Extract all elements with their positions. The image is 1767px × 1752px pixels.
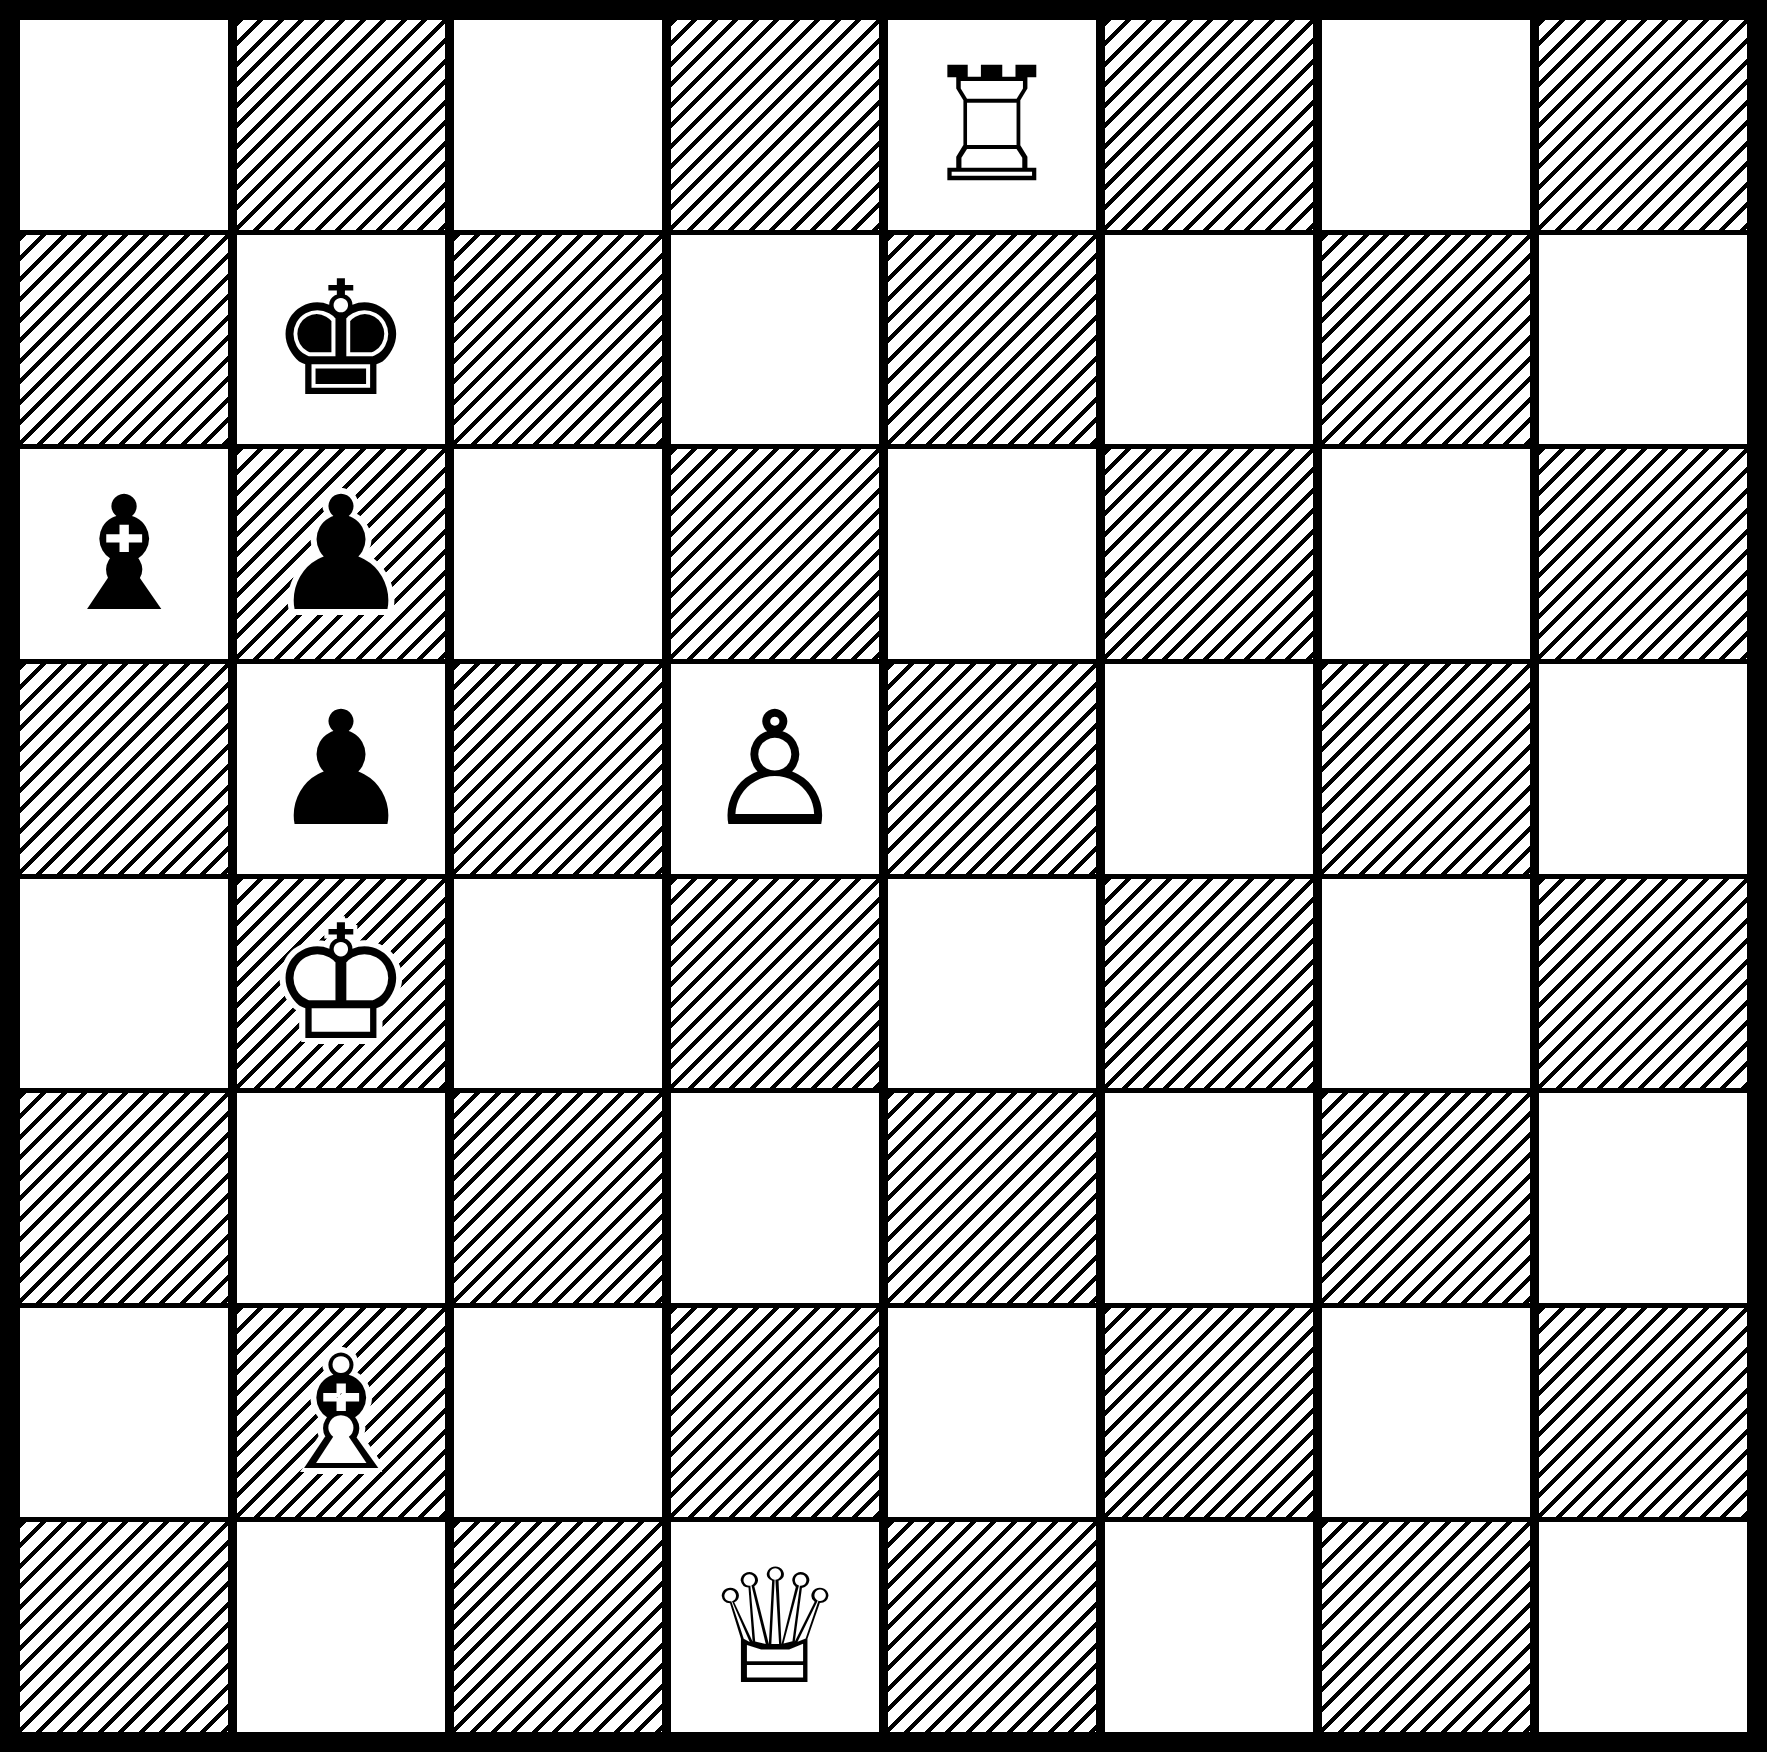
- white-queen-halo: ♛: [704, 1548, 846, 1706]
- square-e2[interactable]: [888, 1308, 1096, 1518]
- black-pawn-glyph: ♟: [270, 677, 412, 861]
- square-h1[interactable]: [1539, 1522, 1747, 1732]
- square-a4[interactable]: [20, 879, 228, 1089]
- square-d8[interactable]: [671, 20, 879, 230]
- square-g2[interactable]: [1322, 1308, 1530, 1518]
- white-rook-halo: ♜: [921, 46, 1063, 204]
- square-h3[interactable]: [1539, 1093, 1747, 1303]
- square-d1[interactable]: ♛♕: [671, 1522, 879, 1732]
- square-c2[interactable]: [454, 1308, 662, 1518]
- square-f7[interactable]: [1105, 235, 1313, 445]
- square-g7[interactable]: [1322, 235, 1530, 445]
- square-f8[interactable]: [1105, 20, 1313, 230]
- square-c7[interactable]: [454, 235, 662, 445]
- square-b4[interactable]: ♚♔: [237, 879, 445, 1089]
- square-g5[interactable]: [1322, 664, 1530, 874]
- square-f4[interactable]: [1105, 879, 1313, 1089]
- piece-black-bishop: ♝♝: [53, 475, 195, 633]
- white-king-glyph: ♔: [270, 891, 412, 1075]
- square-d6[interactable]: [671, 449, 879, 659]
- piece-white-rook: ♜♖: [921, 46, 1063, 204]
- square-f3[interactable]: [1105, 1093, 1313, 1303]
- square-a6[interactable]: ♝♝: [20, 449, 228, 659]
- white-bishop-halo: ♝: [270, 1334, 412, 1492]
- square-c5[interactable]: [454, 664, 662, 874]
- square-h6[interactable]: [1539, 449, 1747, 659]
- white-bishop-glyph: ♗: [270, 1321, 412, 1505]
- square-b2[interactable]: ♝♗: [237, 1308, 445, 1518]
- black-pawn-halo: ♟: [270, 690, 412, 848]
- chess-board: ♜♖♚♚♝♝♟♟♟♟♟♙♚♔♝♗♛♕: [0, 0, 1767, 1752]
- square-e3[interactable]: [888, 1093, 1096, 1303]
- piece-white-queen: ♛♕: [704, 1548, 846, 1706]
- square-c3[interactable]: [454, 1093, 662, 1303]
- square-f5[interactable]: [1105, 664, 1313, 874]
- square-c8[interactable]: [454, 20, 662, 230]
- white-pawn-glyph: ♙: [704, 677, 846, 861]
- square-h4[interactable]: [1539, 879, 1747, 1089]
- square-h7[interactable]: [1539, 235, 1747, 445]
- black-king-glyph: ♚: [270, 247, 412, 431]
- square-a7[interactable]: [20, 235, 228, 445]
- square-g4[interactable]: [1322, 879, 1530, 1089]
- square-c4[interactable]: [454, 879, 662, 1089]
- piece-white-bishop: ♝♗: [270, 1334, 412, 1492]
- square-e5[interactable]: [888, 664, 1096, 874]
- square-b5[interactable]: ♟♟: [237, 664, 445, 874]
- black-pawn-glyph: ♟: [270, 462, 412, 646]
- square-c1[interactable]: [454, 1522, 662, 1732]
- square-d4[interactable]: [671, 879, 879, 1089]
- square-a8[interactable]: [20, 20, 228, 230]
- square-g1[interactable]: [1322, 1522, 1530, 1732]
- chess-diagram: ♜♖♚♚♝♝♟♟♟♟♟♙♚♔♝♗♛♕: [0, 0, 1767, 1752]
- square-b3[interactable]: [237, 1093, 445, 1303]
- square-b6[interactable]: ♟♟: [237, 449, 445, 659]
- square-b7[interactable]: ♚♚: [237, 235, 445, 445]
- black-king-halo: ♚: [270, 260, 412, 418]
- piece-white-pawn: ♟♙: [704, 690, 846, 848]
- square-a5[interactable]: [20, 664, 228, 874]
- square-h5[interactable]: [1539, 664, 1747, 874]
- square-e1[interactable]: [888, 1522, 1096, 1732]
- black-bishop-halo: ♝: [53, 475, 195, 633]
- square-g6[interactable]: [1322, 449, 1530, 659]
- piece-black-pawn: ♟♟: [270, 690, 412, 848]
- square-f1[interactable]: [1105, 1522, 1313, 1732]
- piece-black-king: ♚♚: [270, 260, 412, 418]
- square-d7[interactable]: [671, 235, 879, 445]
- square-a1[interactable]: [20, 1522, 228, 1732]
- square-a3[interactable]: [20, 1093, 228, 1303]
- white-queen-glyph: ♕: [704, 1535, 846, 1719]
- square-a2[interactable]: [20, 1308, 228, 1518]
- square-d2[interactable]: [671, 1308, 879, 1518]
- black-pawn-halo: ♟: [270, 475, 412, 633]
- piece-black-pawn: ♟♟: [270, 475, 412, 633]
- white-pawn-halo: ♟: [704, 690, 846, 848]
- square-f6[interactable]: [1105, 449, 1313, 659]
- square-b1[interactable]: [237, 1522, 445, 1732]
- square-e8[interactable]: ♜♖: [888, 20, 1096, 230]
- square-e4[interactable]: [888, 879, 1096, 1089]
- white-king-halo: ♚: [270, 904, 412, 1062]
- square-g3[interactable]: [1322, 1093, 1530, 1303]
- square-e6[interactable]: [888, 449, 1096, 659]
- square-b8[interactable]: [237, 20, 445, 230]
- square-g8[interactable]: [1322, 20, 1530, 230]
- white-rook-glyph: ♖: [921, 33, 1063, 217]
- black-bishop-glyph: ♝: [53, 462, 195, 646]
- square-d3[interactable]: [671, 1093, 879, 1303]
- piece-white-king: ♚♔: [270, 904, 412, 1062]
- square-h2[interactable]: [1539, 1308, 1747, 1518]
- square-e7[interactable]: [888, 235, 1096, 445]
- square-h8[interactable]: [1539, 20, 1747, 230]
- square-d5[interactable]: ♟♙: [671, 664, 879, 874]
- square-c6[interactable]: [454, 449, 662, 659]
- square-f2[interactable]: [1105, 1308, 1313, 1518]
